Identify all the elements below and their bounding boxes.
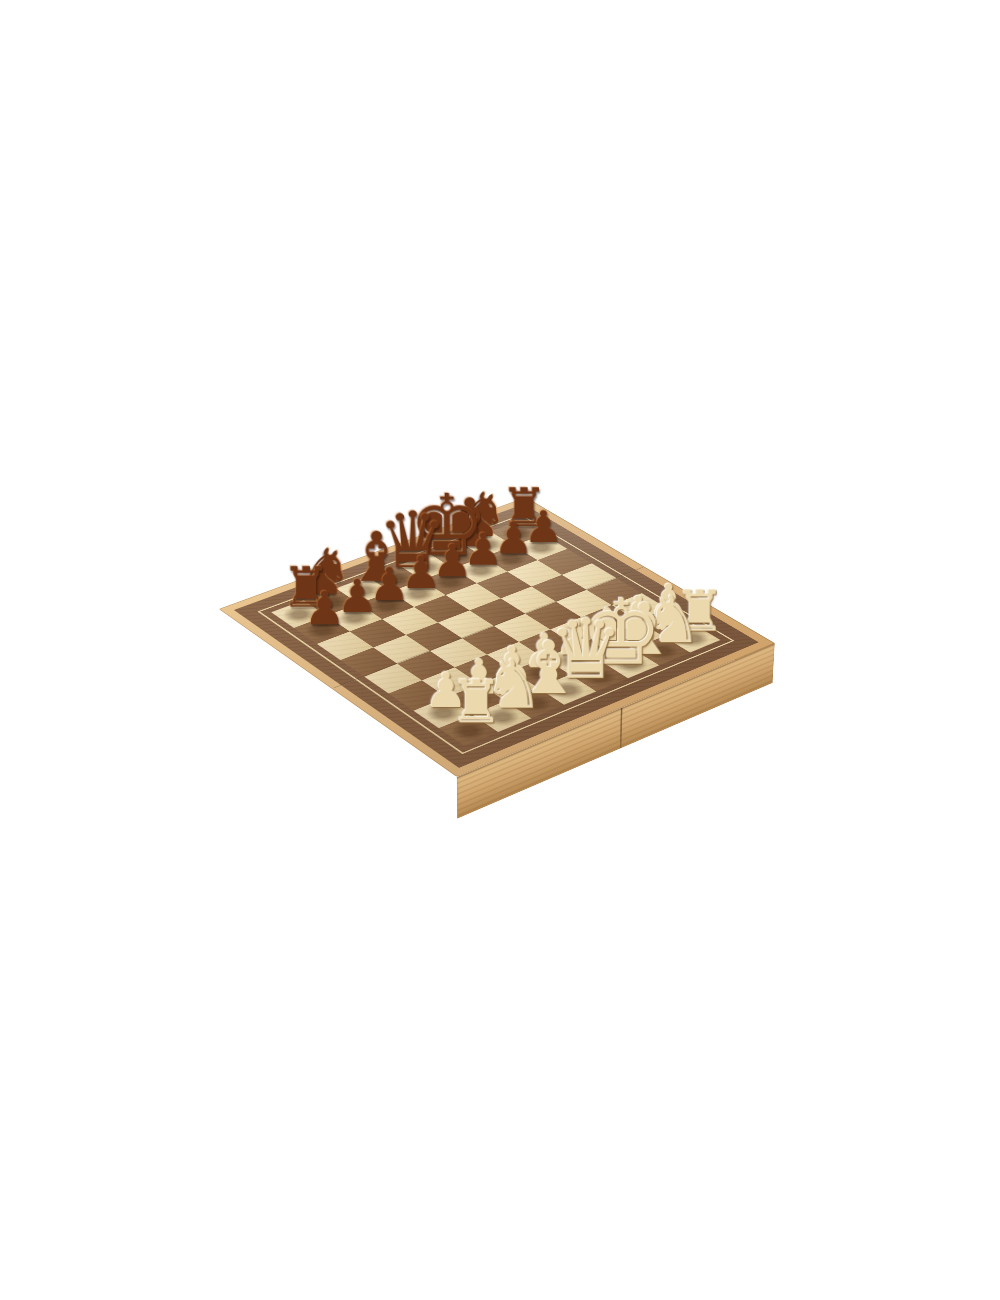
- pieces-layer: ♜♞♝♛♚♝♞♜♟♟♟♟♟♟♟♟♟♟♟♟♟♟♟♟♜♞♝♛♚♝♞♜: [219, 497, 775, 777]
- black-pawn-glyph: ♟: [304, 585, 344, 631]
- chess-board-box: ♜♞♝♛♚♝♞♜♟♟♟♟♟♟♟♟♟♟♟♟♟♟♟♟♜♞♝♛♚♝♞♜: [219, 497, 775, 777]
- fold-seam-side: [620, 707, 623, 748]
- product-photo-background: ♜♞♝♛♚♝♞♜♟♟♟♟♟♟♟♟♟♟♟♟♟♟♟♟♜♞♝♛♚♝♞♜: [0, 0, 1000, 1300]
- white-rook-glyph: ♜: [450, 673, 492, 732]
